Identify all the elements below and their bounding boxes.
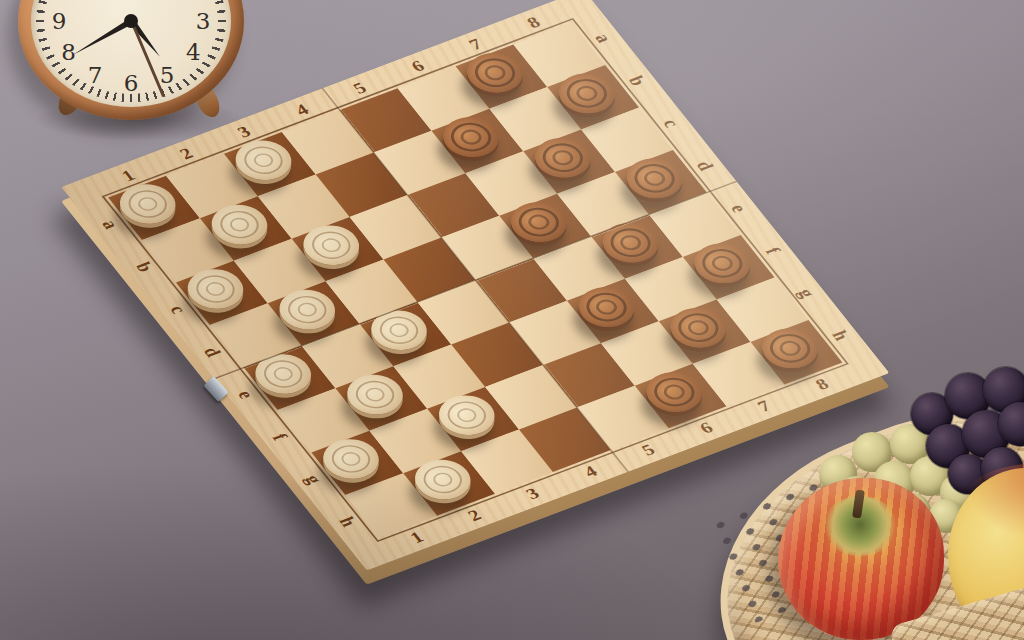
- clock-numeral-3: 3: [189, 7, 217, 35]
- clock-numeral-7: 7: [81, 61, 109, 89]
- clock-numeral-6: 6: [117, 69, 145, 97]
- clock-numeral-9: 9: [45, 7, 73, 35]
- clock-numeral-8: 8: [55, 38, 83, 66]
- tabletop-scene: 123456789101112 МЧЗ 12345678 12345678 ab…: [0, 0, 1024, 640]
- clock-numeral-2: 2: [179, 0, 207, 4]
- clock-numeral-4: 4: [179, 38, 207, 66]
- clock-numeral-10: 10: [55, 0, 83, 4]
- clock-face: 123456789101112 МЧЗ: [31, 0, 231, 107]
- clock-hub: [124, 14, 138, 28]
